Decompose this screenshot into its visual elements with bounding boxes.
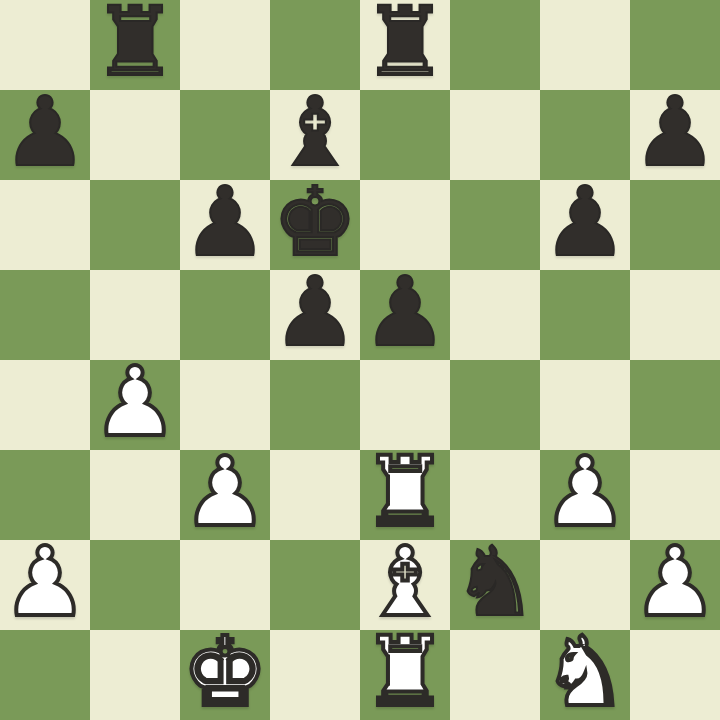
square-h6[interactable] — [630, 180, 720, 270]
square-g1[interactable]: ♞ — [540, 630, 630, 720]
black-pawn[interactable]: ♟ — [182, 177, 268, 267]
square-b7[interactable] — [90, 90, 180, 180]
square-e5[interactable]: ♟ — [360, 270, 450, 360]
black-bishop[interactable]: ♝ — [272, 87, 358, 177]
white-pawn[interactable]: ♟ — [2, 537, 88, 627]
square-a6[interactable] — [0, 180, 90, 270]
square-f8[interactable] — [450, 0, 540, 90]
black-rook[interactable]: ♜ — [92, 0, 178, 87]
square-c1[interactable]: ♚ — [180, 630, 270, 720]
square-f4[interactable] — [450, 360, 540, 450]
white-bishop[interactable]: ♝ — [362, 537, 448, 627]
square-b4[interactable]: ♟ — [90, 360, 180, 450]
square-g8[interactable] — [540, 0, 630, 90]
white-king[interactable]: ♚ — [182, 627, 268, 717]
black-rook[interactable]: ♜ — [362, 0, 448, 87]
square-h2[interactable]: ♟ — [630, 540, 720, 630]
square-c5[interactable] — [180, 270, 270, 360]
square-e7[interactable] — [360, 90, 450, 180]
square-b3[interactable] — [90, 450, 180, 540]
square-f2[interactable]: ♞ — [450, 540, 540, 630]
square-c6[interactable]: ♟ — [180, 180, 270, 270]
square-c3[interactable]: ♟ — [180, 450, 270, 540]
black-knight[interactable]: ♞ — [452, 537, 538, 627]
black-pawn[interactable]: ♟ — [2, 87, 88, 177]
square-d4[interactable] — [270, 360, 360, 450]
square-f7[interactable] — [450, 90, 540, 180]
square-f5[interactable] — [450, 270, 540, 360]
black-pawn[interactable]: ♟ — [272, 267, 358, 357]
square-d1[interactable] — [270, 630, 360, 720]
square-a4[interactable] — [0, 360, 90, 450]
white-knight[interactable]: ♞ — [542, 627, 628, 717]
white-rook[interactable]: ♜ — [362, 447, 448, 537]
square-b2[interactable] — [90, 540, 180, 630]
square-h4[interactable] — [630, 360, 720, 450]
white-pawn[interactable]: ♟ — [632, 537, 718, 627]
square-h1[interactable] — [630, 630, 720, 720]
square-f1[interactable] — [450, 630, 540, 720]
square-d2[interactable] — [270, 540, 360, 630]
black-pawn[interactable]: ♟ — [362, 267, 448, 357]
black-pawn[interactable]: ♟ — [632, 87, 718, 177]
white-pawn[interactable]: ♟ — [542, 447, 628, 537]
square-e1[interactable]: ♜ — [360, 630, 450, 720]
square-b6[interactable] — [90, 180, 180, 270]
white-pawn[interactable]: ♟ — [92, 357, 178, 447]
square-h7[interactable]: ♟ — [630, 90, 720, 180]
chess-board: ♜♜♟♝♟♟♚♟♟♟♟♟♜♟♟♝♞♟♚♜♞ — [0, 0, 720, 720]
square-g6[interactable]: ♟ — [540, 180, 630, 270]
square-a2[interactable]: ♟ — [0, 540, 90, 630]
square-a1[interactable] — [0, 630, 90, 720]
square-a7[interactable]: ♟ — [0, 90, 90, 180]
square-h5[interactable] — [630, 270, 720, 360]
square-g3[interactable]: ♟ — [540, 450, 630, 540]
square-f6[interactable] — [450, 180, 540, 270]
black-king[interactable]: ♚ — [272, 177, 358, 267]
square-a5[interactable] — [0, 270, 90, 360]
square-b1[interactable] — [90, 630, 180, 720]
square-d5[interactable]: ♟ — [270, 270, 360, 360]
square-c8[interactable] — [180, 0, 270, 90]
black-pawn[interactable]: ♟ — [542, 177, 628, 267]
white-rook[interactable]: ♜ — [362, 627, 448, 717]
square-b8[interactable]: ♜ — [90, 0, 180, 90]
white-pawn[interactable]: ♟ — [182, 447, 268, 537]
square-e8[interactable]: ♜ — [360, 0, 450, 90]
square-g5[interactable] — [540, 270, 630, 360]
square-d3[interactable] — [270, 450, 360, 540]
